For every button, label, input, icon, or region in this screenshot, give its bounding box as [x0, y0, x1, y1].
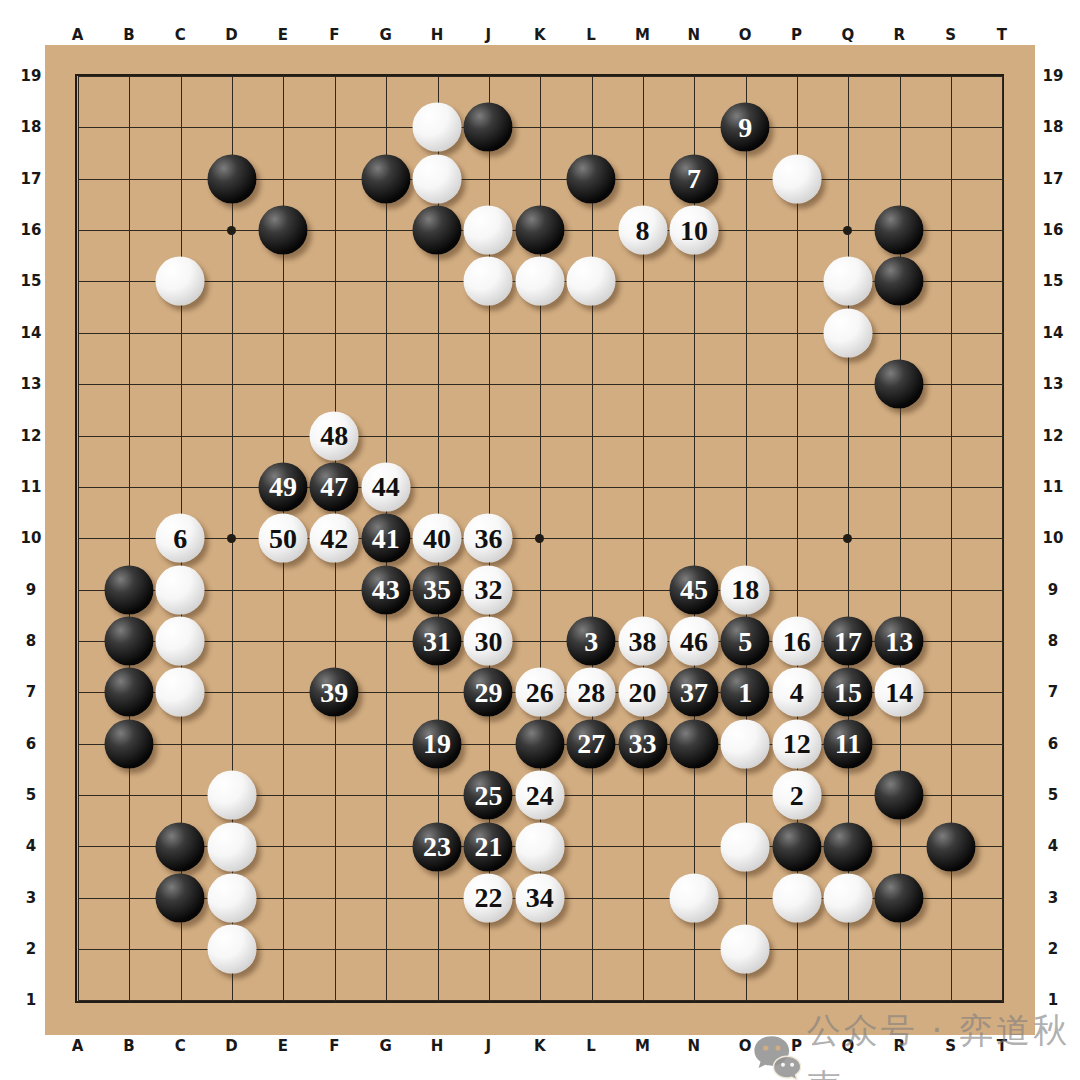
intersection	[309, 256, 360, 307]
black-stone	[464, 103, 513, 152]
intersection	[103, 872, 154, 923]
intersection	[309, 872, 360, 923]
coordinate-label: 9	[26, 581, 36, 599]
intersection	[822, 513, 873, 564]
black-stone	[207, 154, 256, 203]
intersection	[771, 461, 822, 512]
intersection	[257, 307, 308, 358]
white-stone	[772, 873, 821, 922]
move-number: 4	[790, 678, 804, 706]
white-stone-move-42: 42	[310, 514, 359, 563]
intersection	[822, 872, 873, 923]
intersection: 32	[463, 564, 514, 615]
white-stone	[156, 617, 205, 666]
intersection	[257, 769, 308, 820]
black-stone-move-41: 41	[361, 514, 410, 563]
coordinate-label: O	[739, 26, 752, 44]
intersection	[514, 564, 565, 615]
white-stone	[721, 925, 770, 974]
white-stone-move-22: 22	[464, 873, 513, 922]
intersection	[411, 924, 462, 975]
watermark: 公众号 · 弈道秋声	[748, 1002, 1080, 1080]
intersection	[617, 256, 668, 307]
white-stone-move-24: 24	[515, 771, 564, 820]
coordinate-label: M	[635, 26, 650, 44]
intersection	[514, 718, 565, 769]
intersection	[360, 153, 411, 204]
intersection	[874, 307, 925, 358]
intersection: 38	[617, 615, 668, 666]
coordinate-label: J	[486, 1037, 492, 1055]
intersection	[52, 256, 103, 307]
intersection	[565, 461, 616, 512]
intersection	[103, 769, 154, 820]
black-stone-move-37: 37	[669, 668, 718, 717]
intersection: 36	[463, 513, 514, 564]
intersection: 12	[771, 718, 822, 769]
intersection	[565, 975, 616, 1026]
coordinate-label: 6	[1048, 735, 1058, 753]
coordinate-label: 4	[26, 837, 36, 855]
intersection	[617, 307, 668, 358]
move-number: 24	[526, 781, 554, 809]
coordinate-label: 11	[21, 478, 42, 496]
intersection	[925, 102, 976, 153]
intersection	[822, 461, 873, 512]
intersection	[771, 153, 822, 204]
move-number: 50	[269, 524, 297, 552]
intersection	[874, 102, 925, 153]
intersection	[668, 102, 719, 153]
intersection	[617, 50, 668, 101]
intersection	[822, 256, 873, 307]
intersection	[206, 102, 257, 153]
black-stone-move-27: 27	[567, 719, 616, 768]
coordinate-label: 7	[26, 683, 36, 701]
intersection	[206, 975, 257, 1026]
intersection	[514, 307, 565, 358]
white-stone-move-20: 20	[618, 668, 667, 717]
intersection	[976, 307, 1027, 358]
move-number: 40	[423, 524, 451, 552]
intersection	[514, 410, 565, 461]
intersection	[874, 564, 925, 615]
intersection	[822, 564, 873, 615]
move-number: 10	[680, 216, 708, 244]
intersection	[52, 102, 103, 153]
intersection	[565, 410, 616, 461]
black-stone	[875, 360, 924, 409]
move-number: 38	[629, 627, 657, 655]
intersection	[257, 564, 308, 615]
move-number: 27	[577, 730, 605, 758]
intersection	[257, 872, 308, 923]
coordinate-label: 8	[26, 632, 36, 650]
intersection	[155, 102, 206, 153]
white-stone-move-44: 44	[361, 462, 410, 511]
intersection	[103, 718, 154, 769]
intersection	[103, 821, 154, 872]
black-stone-move-29: 29	[464, 668, 513, 717]
move-number: 41	[372, 524, 400, 552]
coordinate-label: E	[278, 26, 288, 44]
intersection: 14	[874, 667, 925, 718]
move-number: 48	[320, 422, 348, 450]
black-stone	[258, 206, 307, 255]
intersection: 25	[463, 769, 514, 820]
intersection	[206, 615, 257, 666]
move-number: 33	[629, 730, 657, 758]
intersection	[155, 872, 206, 923]
black-stone-move-9: 9	[721, 103, 770, 152]
intersection	[309, 50, 360, 101]
intersection	[565, 204, 616, 255]
intersection: 44	[360, 461, 411, 512]
intersection	[155, 153, 206, 204]
intersection	[565, 769, 616, 820]
intersection	[103, 102, 154, 153]
intersection	[360, 256, 411, 307]
intersection	[52, 872, 103, 923]
intersection	[720, 50, 771, 101]
intersection	[976, 564, 1027, 615]
intersection: 30	[463, 615, 514, 666]
white-stone	[515, 822, 564, 871]
intersection	[925, 359, 976, 410]
intersection	[155, 359, 206, 410]
black-stone-move-5: 5	[721, 617, 770, 666]
coordinate-label: 3	[1048, 889, 1058, 907]
move-number: 46	[680, 627, 708, 655]
move-number: 3	[584, 627, 598, 655]
intersection	[103, 359, 154, 410]
coordinate-label: 10	[1043, 529, 1064, 547]
intersection: 50	[257, 513, 308, 564]
black-stone	[875, 771, 924, 820]
white-stone	[824, 257, 873, 306]
intersection	[411, 102, 462, 153]
intersection	[257, 359, 308, 410]
move-number: 47	[320, 473, 348, 501]
intersection	[411, 872, 462, 923]
intersection	[822, 359, 873, 410]
intersection	[52, 359, 103, 410]
intersection: 49	[257, 461, 308, 512]
black-stone-move-31: 31	[413, 617, 462, 666]
coordinate-label: F	[329, 1037, 339, 1055]
intersection	[52, 513, 103, 564]
intersection	[925, 513, 976, 564]
intersection	[463, 410, 514, 461]
intersection	[463, 718, 514, 769]
intersection	[720, 256, 771, 307]
coordinate-label: G	[380, 26, 392, 44]
intersection	[617, 821, 668, 872]
intersection	[720, 359, 771, 410]
intersection	[925, 821, 976, 872]
intersection	[206, 513, 257, 564]
intersection	[976, 924, 1027, 975]
intersection: 1	[720, 667, 771, 718]
intersection	[309, 924, 360, 975]
intersection	[206, 204, 257, 255]
coordinate-label: T	[997, 26, 1007, 44]
intersection	[668, 359, 719, 410]
intersection	[52, 410, 103, 461]
intersection	[976, 359, 1027, 410]
intersection	[206, 256, 257, 307]
intersection	[565, 513, 616, 564]
intersection	[565, 564, 616, 615]
white-stone	[207, 873, 256, 922]
intersection	[155, 615, 206, 666]
intersection	[976, 461, 1027, 512]
coordinate-label: 12	[21, 427, 42, 445]
intersection	[565, 872, 616, 923]
coordinate-label: R	[893, 26, 905, 44]
intersection	[155, 461, 206, 512]
intersection: 43	[360, 564, 411, 615]
intersection	[668, 769, 719, 820]
intersection	[257, 204, 308, 255]
go-diagram-page: 9781048494744650424140364335324518313033…	[0, 0, 1080, 1080]
white-stone	[207, 771, 256, 820]
move-number: 35	[423, 576, 451, 604]
intersection	[514, 102, 565, 153]
intersection	[720, 821, 771, 872]
white-stone-move-8: 8	[618, 206, 667, 255]
intersection	[52, 924, 103, 975]
move-number: 14	[885, 678, 913, 706]
intersection	[257, 102, 308, 153]
intersection	[411, 256, 462, 307]
intersection	[360, 769, 411, 820]
intersection	[463, 924, 514, 975]
intersection	[668, 821, 719, 872]
intersection	[52, 821, 103, 872]
intersection	[874, 821, 925, 872]
intersection	[976, 821, 1027, 872]
coordinate-label: B	[123, 1037, 134, 1055]
intersection	[976, 718, 1027, 769]
intersection	[309, 204, 360, 255]
intersection	[309, 615, 360, 666]
coordinate-label: 4	[1048, 837, 1058, 855]
intersection	[309, 975, 360, 1026]
intersection	[925, 307, 976, 358]
black-stone-move-25: 25	[464, 771, 513, 820]
move-number: 21	[474, 833, 502, 861]
intersection	[463, 204, 514, 255]
coordinate-label: K	[534, 26, 546, 44]
coordinate-label: 16	[1043, 221, 1064, 239]
move-number: 32	[474, 576, 502, 604]
intersection	[103, 153, 154, 204]
intersection: 28	[565, 667, 616, 718]
intersection: 35	[411, 564, 462, 615]
move-number: 8	[636, 216, 650, 244]
black-stone-move-19: 19	[413, 719, 462, 768]
black-stone	[669, 719, 718, 768]
intersection: 26	[514, 667, 565, 718]
coordinate-label: 5	[1048, 786, 1058, 804]
intersection: 18	[720, 564, 771, 615]
coordinate-label: 18	[21, 118, 42, 136]
white-stone-move-32: 32	[464, 565, 513, 614]
white-stone-move-36: 36	[464, 514, 513, 563]
intersection	[514, 256, 565, 307]
intersection	[463, 307, 514, 358]
watermark-text: 公众号 · 弈道秋声	[807, 1002, 1080, 1080]
intersection	[874, 872, 925, 923]
coordinate-label: H	[431, 1037, 444, 1055]
intersection	[617, 102, 668, 153]
intersection	[360, 821, 411, 872]
intersection	[771, 204, 822, 255]
intersection	[976, 256, 1027, 307]
intersection	[206, 564, 257, 615]
intersection	[720, 153, 771, 204]
intersection	[514, 975, 565, 1026]
move-number: 42	[320, 524, 348, 552]
coordinate-label: 7	[1048, 683, 1058, 701]
intersection	[514, 513, 565, 564]
black-stone-move-3: 3	[567, 617, 616, 666]
intersection	[52, 975, 103, 1026]
intersection	[411, 153, 462, 204]
intersection	[257, 975, 308, 1026]
goban: 9781048494744650424140364335324518313033…	[52, 50, 1028, 1026]
black-stone-move-45: 45	[669, 565, 718, 614]
move-number: 11	[835, 730, 861, 758]
intersection: 33	[617, 718, 668, 769]
coordinate-label: 19	[21, 67, 42, 85]
intersection: 16	[771, 615, 822, 666]
intersection: 29	[463, 667, 514, 718]
coordinate-label: A	[72, 1037, 84, 1055]
intersection	[771, 513, 822, 564]
intersection	[463, 359, 514, 410]
intersection	[976, 50, 1027, 101]
intersection	[257, 256, 308, 307]
coordinate-label: 15	[21, 272, 42, 290]
coordinate-label: 18	[1043, 118, 1064, 136]
intersection	[668, 718, 719, 769]
intersection	[925, 769, 976, 820]
intersection	[206, 307, 257, 358]
intersection	[360, 410, 411, 461]
intersection	[514, 50, 565, 101]
move-number: 2	[790, 781, 804, 809]
intersection	[822, 50, 873, 101]
move-number: 49	[269, 473, 297, 501]
intersection: 10	[668, 204, 719, 255]
intersection	[925, 718, 976, 769]
intersection: 23	[411, 821, 462, 872]
intersection	[257, 718, 308, 769]
intersection: 17	[822, 615, 873, 666]
move-number: 5	[738, 627, 752, 655]
intersection	[874, 50, 925, 101]
white-stone	[721, 719, 770, 768]
white-stone-move-12: 12	[772, 719, 821, 768]
white-stone-move-46: 46	[669, 617, 718, 666]
intersection	[155, 821, 206, 872]
move-number: 28	[577, 678, 605, 706]
black-stone-move-35: 35	[413, 565, 462, 614]
intersection: 20	[617, 667, 668, 718]
black-stone-move-13: 13	[875, 617, 924, 666]
white-stone	[413, 154, 462, 203]
coordinate-label: 6	[26, 735, 36, 753]
intersection	[617, 924, 668, 975]
intersection	[822, 153, 873, 204]
white-stone-move-50: 50	[258, 514, 307, 563]
intersection	[565, 924, 616, 975]
intersection	[976, 153, 1027, 204]
coordinate-label: 13	[21, 375, 42, 393]
coordinate-label: K	[534, 1037, 546, 1055]
white-stone	[669, 873, 718, 922]
black-stone	[156, 822, 205, 871]
move-number: 37	[680, 678, 708, 706]
intersection	[617, 359, 668, 410]
white-stone-move-26: 26	[515, 668, 564, 717]
intersection	[822, 769, 873, 820]
intersection	[309, 564, 360, 615]
intersection	[463, 102, 514, 153]
intersection	[463, 50, 514, 101]
intersection	[874, 718, 925, 769]
intersection	[668, 461, 719, 512]
intersection	[874, 204, 925, 255]
white-stone-move-40: 40	[413, 514, 462, 563]
move-number: 22	[474, 884, 502, 912]
intersection	[360, 359, 411, 410]
intersection	[874, 513, 925, 564]
intersection	[103, 513, 154, 564]
intersection	[514, 153, 565, 204]
intersection	[155, 769, 206, 820]
black-stone-move-7: 7	[669, 154, 718, 203]
intersection: 7	[668, 153, 719, 204]
intersection	[206, 924, 257, 975]
intersection	[103, 410, 154, 461]
intersection: 24	[514, 769, 565, 820]
move-number: 18	[731, 576, 759, 604]
coordinate-label: 17	[1043, 170, 1064, 188]
intersection	[874, 924, 925, 975]
intersection	[771, 256, 822, 307]
intersection: 39	[309, 667, 360, 718]
intersection: 37	[668, 667, 719, 718]
black-stone	[104, 719, 153, 768]
move-number: 34	[526, 884, 554, 912]
intersection	[925, 153, 976, 204]
move-number: 30	[474, 627, 502, 655]
intersection	[257, 924, 308, 975]
intersection	[463, 153, 514, 204]
black-stone	[875, 257, 924, 306]
intersection: 9	[720, 102, 771, 153]
intersection	[257, 615, 308, 666]
intersection	[463, 461, 514, 512]
black-stone-move-49: 49	[258, 462, 307, 511]
intersection	[411, 50, 462, 101]
white-stone	[515, 257, 564, 306]
coordinate-label: 15	[1043, 272, 1064, 290]
intersection	[411, 461, 462, 512]
